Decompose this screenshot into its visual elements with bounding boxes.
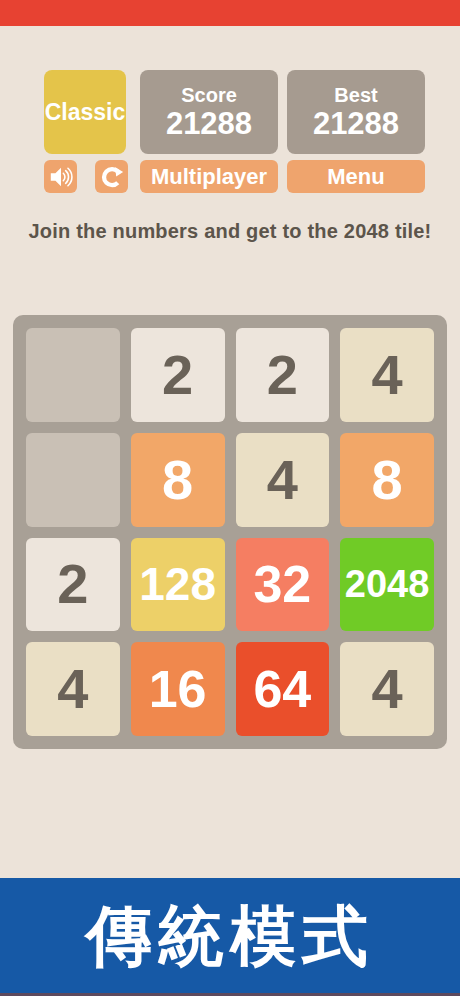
- tile-4: 4: [236, 433, 330, 527]
- score-value: 21288: [166, 108, 252, 139]
- tile-32: 32: [236, 538, 330, 632]
- refresh-icon: [99, 164, 125, 190]
- mode-banner: 傳統模式: [0, 878, 460, 996]
- best-value: 21288: [313, 108, 399, 139]
- menu-button[interactable]: Menu: [287, 160, 425, 193]
- score-box: Score 21288: [140, 70, 278, 154]
- empty-cell: [26, 433, 120, 527]
- restart-button[interactable]: [95, 160, 128, 193]
- tile-4: 4: [340, 328, 434, 422]
- tile-16: 16: [131, 642, 225, 736]
- tile-8: 8: [340, 433, 434, 527]
- tile-2: 2: [26, 538, 120, 632]
- tile-4: 4: [340, 642, 434, 736]
- best-label: Best: [334, 85, 377, 105]
- tile-4: 4: [26, 642, 120, 736]
- board[interactable]: 2248482128322048416644: [13, 315, 447, 749]
- tile-2048: 2048: [340, 538, 434, 632]
- mode-banner-label: 傳統模式: [86, 892, 374, 982]
- sound-toggle-button[interactable]: [44, 160, 77, 193]
- tile-64: 64: [236, 642, 330, 736]
- best-score-box: Best 21288: [287, 70, 425, 154]
- empty-cell: [26, 328, 120, 422]
- score-label: Score: [181, 85, 237, 105]
- tile-128: 128: [131, 538, 225, 632]
- status-bar: [0, 0, 460, 26]
- speaker-icon: [48, 164, 74, 190]
- tile-2: 2: [236, 328, 330, 422]
- tagline: Join the numbers and get to the 2048 til…: [0, 220, 460, 243]
- multiplayer-label: Multiplayer: [151, 164, 267, 190]
- classic-mode-button[interactable]: Classic: [44, 70, 126, 154]
- tile-2: 2: [131, 328, 225, 422]
- classic-mode-label: Classic: [45, 99, 126, 126]
- tile-8: 8: [131, 433, 225, 527]
- multiplayer-button[interactable]: Multiplayer: [140, 160, 278, 193]
- menu-label: Menu: [327, 164, 384, 190]
